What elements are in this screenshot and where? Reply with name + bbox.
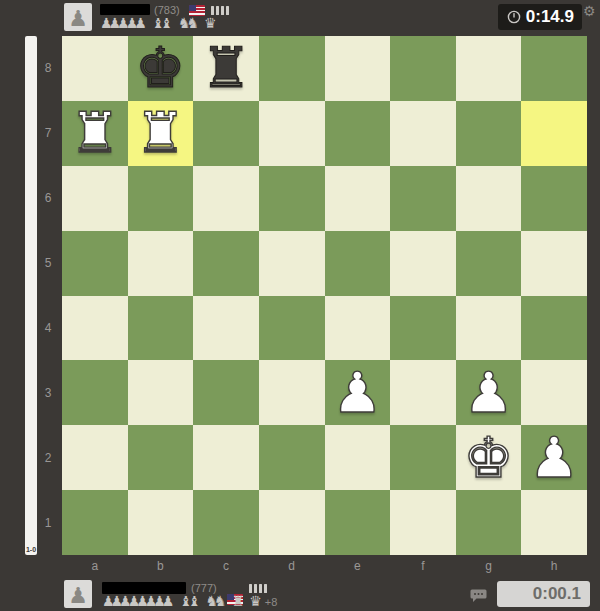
file-label-a: a (62, 555, 128, 577)
square-d3[interactable] (259, 360, 325, 425)
square-b8[interactable]: ♚ (128, 36, 194, 101)
square-h1[interactable] (521, 490, 587, 555)
chess-board[interactable]: ♚♜♜♜♟♟♚♟ (62, 36, 587, 555)
square-a8[interactable] (62, 36, 128, 101)
evaluation-bar: 1-0 (25, 36, 37, 555)
square-h4[interactable] (521, 296, 587, 361)
file-label-c: c (193, 555, 259, 577)
white-pawn[interactable]: ♟ (325, 360, 391, 425)
white-rook[interactable]: ♜ (128, 101, 194, 166)
square-d6[interactable] (259, 166, 325, 231)
connection-bar (259, 584, 262, 593)
square-g1[interactable] (456, 490, 522, 555)
square-g5[interactable] (456, 231, 522, 296)
black-king[interactable]: ♚ (128, 36, 194, 101)
square-d2[interactable] (259, 425, 325, 490)
timer-icon (507, 10, 521, 24)
captured-bishops: ♝♝ (179, 594, 196, 609)
square-a4[interactable] (62, 296, 128, 361)
settings-gear-icon[interactable]: ⚙ (583, 4, 596, 18)
square-g3[interactable]: ♟ (456, 360, 522, 425)
square-c8[interactable]: ♜ (193, 36, 259, 101)
captured-queens: ♛ (249, 594, 258, 609)
square-d5[interactable] (259, 231, 325, 296)
white-pawn[interactable]: ♟ (456, 360, 522, 425)
square-b7[interactable]: ♜ (128, 101, 194, 166)
square-g4[interactable] (456, 296, 522, 361)
square-d4[interactable] (259, 296, 325, 361)
square-f4[interactable] (390, 296, 456, 361)
square-d7[interactable] (259, 101, 325, 166)
connection-bar (226, 6, 229, 15)
square-b4[interactable] (128, 296, 194, 361)
square-f7[interactable] (390, 101, 456, 166)
file-coordinates: abcdefgh (62, 555, 587, 577)
square-c2[interactable] (193, 425, 259, 490)
square-h6[interactable] (521, 166, 587, 231)
square-f2[interactable] (390, 425, 456, 490)
captured-knights: ♞♞ (178, 16, 195, 31)
square-b1[interactable] (128, 490, 194, 555)
square-g6[interactable] (456, 166, 522, 231)
square-a5[interactable] (62, 231, 128, 296)
square-h2[interactable]: ♟ (521, 425, 587, 490)
square-f6[interactable] (390, 166, 456, 231)
rank-label-6: 6 (38, 166, 58, 231)
connection-bar (216, 6, 219, 15)
captured-knights: ♞♞ (206, 594, 223, 609)
captured-bishops: ♝♝ (152, 16, 169, 31)
square-g7[interactable] (456, 101, 522, 166)
rank-label-3: 3 (38, 360, 58, 425)
connection-bar (211, 6, 214, 15)
top-player-redacted-name-box[interactable] (100, 4, 150, 15)
square-e3[interactable]: ♟ (325, 360, 391, 425)
rank-label-8: 8 (38, 36, 58, 101)
top-player-clock: 0:14.9 (498, 4, 582, 30)
square-a6[interactable] (62, 166, 128, 231)
white-king[interactable]: ♚ (456, 425, 522, 490)
captured-queens: ♛ (204, 16, 213, 31)
rank-label-4: 4 (38, 296, 58, 361)
rank-label-5: 5 (38, 231, 58, 296)
square-e1[interactable] (325, 490, 391, 555)
avatar-pawn-icon: ♟ (68, 584, 88, 608)
square-e8[interactable] (325, 36, 391, 101)
rank-label-1: 1 (38, 490, 58, 555)
file-label-e: e (325, 555, 391, 577)
square-g8[interactable] (456, 36, 522, 101)
rank-label-2: 2 (38, 425, 58, 490)
square-g2[interactable]: ♚ (456, 425, 522, 490)
captured-rooks: ♜ (232, 594, 241, 609)
square-c6[interactable] (193, 166, 259, 231)
top-clock-time: 0:14.9 (526, 7, 574, 27)
square-h7[interactable] (521, 101, 587, 166)
square-b3[interactable] (128, 360, 194, 425)
connection-bar (254, 584, 257, 593)
square-b6[interactable] (128, 166, 194, 231)
bottom-player-clock: 0:00.1 (497, 581, 590, 607)
bottom-player-avatar[interactable]: ♟ (64, 580, 92, 608)
file-label-f: f (390, 555, 456, 577)
captured-pawns: ♟♟♟♟♟ (100, 16, 143, 31)
file-label-d: d (259, 555, 325, 577)
square-f5[interactable] (390, 231, 456, 296)
file-label-g: g (456, 555, 522, 577)
square-f8[interactable] (390, 36, 456, 101)
top-player-connection-bars-icon (211, 5, 229, 16)
square-c1[interactable] (193, 490, 259, 555)
square-b2[interactable] (128, 425, 194, 490)
square-e6[interactable] (325, 166, 391, 231)
square-f1[interactable] (390, 490, 456, 555)
square-b5[interactable] (128, 231, 194, 296)
square-f3[interactable] (390, 360, 456, 425)
bottom-player-captured-pieces: ♟♟♟♟♟♟♟♟♝♝♞♞♜♛+8 (102, 594, 277, 609)
square-e4[interactable] (325, 296, 391, 361)
square-a2[interactable] (62, 425, 128, 490)
white-pawn[interactable]: ♟ (521, 425, 587, 490)
connection-bar (249, 584, 252, 593)
top-player-captured-pieces: ♟♟♟♟♟♝♝♞♞♛ (100, 16, 222, 31)
captured-pawns: ♟♟♟♟♟♟♟♟ (102, 594, 170, 609)
square-a7[interactable]: ♜ (62, 101, 128, 166)
square-e5[interactable] (325, 231, 391, 296)
rank-coordinates: 87654321 (38, 36, 58, 555)
square-c5[interactable] (193, 231, 259, 296)
square-e2[interactable] (325, 425, 391, 490)
square-c4[interactable] (193, 296, 259, 361)
connection-bar (221, 6, 224, 15)
connection-bar (264, 584, 267, 593)
avatar-pawn-icon: ♟ (68, 7, 88, 31)
chat-bubble-icon[interactable] (470, 589, 487, 603)
square-d8[interactable] (259, 36, 325, 101)
square-a3[interactable] (62, 360, 128, 425)
top-player-avatar[interactable]: ♟ (64, 3, 92, 31)
square-a1[interactable] (62, 490, 128, 555)
square-h8[interactable] (521, 36, 587, 101)
square-h3[interactable] (521, 360, 587, 425)
material-advantage: +8 (265, 596, 278, 608)
file-label-b: b (128, 555, 194, 577)
bottom-clock-time: 0:00.1 (533, 584, 581, 604)
rank-label-7: 7 (38, 101, 58, 166)
black-rook[interactable]: ♜ (193, 36, 259, 101)
square-c3[interactable] (193, 360, 259, 425)
square-h5[interactable] (521, 231, 587, 296)
square-c7[interactable] (193, 101, 259, 166)
square-e7[interactable] (325, 101, 391, 166)
file-label-h: h (521, 555, 587, 577)
game-result-label: 1-0 (25, 546, 37, 553)
square-d1[interactable] (259, 490, 325, 555)
white-rook[interactable]: ♜ (62, 101, 128, 166)
